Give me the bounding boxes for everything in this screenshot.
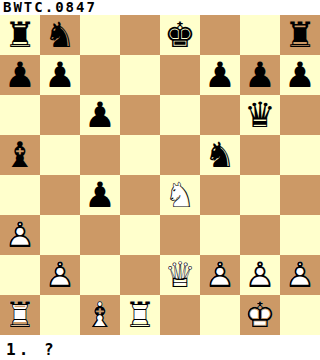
piece-black-pawn: ♟ — [80, 175, 120, 215]
square-d4[interactable] — [120, 175, 160, 215]
square-e2[interactable]: ♛♕ — [160, 255, 200, 295]
piece-black-pawn: ♟ — [200, 55, 240, 95]
square-d2[interactable] — [120, 255, 160, 295]
square-b8[interactable]: ♞ — [40, 15, 80, 55]
square-b4[interactable] — [40, 175, 80, 215]
square-g5[interactable] — [240, 135, 280, 175]
square-c4[interactable]: ♟ — [80, 175, 120, 215]
piece-white-knight: ♞♘ — [160, 175, 200, 215]
square-h6[interactable] — [280, 95, 320, 135]
square-b3[interactable] — [40, 215, 80, 255]
square-d3[interactable] — [120, 215, 160, 255]
square-g7[interactable]: ♟ — [240, 55, 280, 95]
square-d1[interactable]: ♜♖ — [120, 295, 160, 335]
piece-white-bishop: ♝♗ — [80, 295, 120, 335]
piece-white-pawn: ♟♙ — [280, 255, 320, 295]
square-a2[interactable] — [0, 255, 40, 295]
piece-black-knight: ♞ — [40, 15, 80, 55]
square-f7[interactable]: ♟ — [200, 55, 240, 95]
square-a3[interactable]: ♟♙ — [0, 215, 40, 255]
piece-white-rook: ♜♖ — [0, 295, 40, 335]
square-e3[interactable] — [160, 215, 200, 255]
square-e5[interactable] — [160, 135, 200, 175]
square-h1[interactable] — [280, 295, 320, 335]
piece-black-bishop: ♝ — [0, 135, 40, 175]
move-prompt: 1. ? — [0, 335, 320, 360]
square-b7[interactable]: ♟ — [40, 55, 80, 95]
chess-board: ♜♞♚♜♟♟♟♟♟♟♛♝♞♟♞♘♟♙♟♙♛♕♟♙♟♙♟♙♜♖♝♗♜♖♚♔ — [0, 15, 320, 335]
piece-black-queen: ♛ — [240, 95, 280, 135]
piece-black-rook: ♜ — [0, 15, 40, 55]
square-a1[interactable]: ♜♖ — [0, 295, 40, 335]
piece-white-rook: ♜♖ — [120, 295, 160, 335]
square-a7[interactable]: ♟ — [0, 55, 40, 95]
square-h4[interactable] — [280, 175, 320, 215]
square-b1[interactable] — [40, 295, 80, 335]
square-c2[interactable] — [80, 255, 120, 295]
square-e6[interactable] — [160, 95, 200, 135]
square-a4[interactable] — [0, 175, 40, 215]
piece-black-pawn: ♟ — [40, 55, 80, 95]
square-a5[interactable]: ♝ — [0, 135, 40, 175]
square-h5[interactable] — [280, 135, 320, 175]
square-h7[interactable]: ♟ — [280, 55, 320, 95]
piece-black-king: ♚ — [160, 15, 200, 55]
square-c5[interactable] — [80, 135, 120, 175]
square-g2[interactable]: ♟♙ — [240, 255, 280, 295]
square-g4[interactable] — [240, 175, 280, 215]
square-f2[interactable]: ♟♙ — [200, 255, 240, 295]
square-d8[interactable] — [120, 15, 160, 55]
square-f1[interactable] — [200, 295, 240, 335]
piece-black-knight: ♞ — [200, 135, 240, 175]
piece-white-pawn: ♟♙ — [200, 255, 240, 295]
piece-black-pawn: ♟ — [80, 95, 120, 135]
piece-white-queen: ♛♕ — [160, 255, 200, 295]
square-h8[interactable]: ♜ — [280, 15, 320, 55]
square-e7[interactable] — [160, 55, 200, 95]
square-b6[interactable] — [40, 95, 80, 135]
square-g6[interactable]: ♛ — [240, 95, 280, 135]
square-b5[interactable] — [40, 135, 80, 175]
square-c1[interactable]: ♝♗ — [80, 295, 120, 335]
square-d7[interactable] — [120, 55, 160, 95]
square-h3[interactable] — [280, 215, 320, 255]
square-f3[interactable] — [200, 215, 240, 255]
piece-black-rook: ♜ — [280, 15, 320, 55]
piece-white-king: ♚♔ — [240, 295, 280, 335]
square-f6[interactable] — [200, 95, 240, 135]
square-b2[interactable]: ♟♙ — [40, 255, 80, 295]
piece-white-pawn: ♟♙ — [240, 255, 280, 295]
square-f8[interactable] — [200, 15, 240, 55]
piece-white-pawn: ♟♙ — [40, 255, 80, 295]
square-c8[interactable] — [80, 15, 120, 55]
square-g8[interactable] — [240, 15, 280, 55]
piece-black-pawn: ♟ — [280, 55, 320, 95]
square-c3[interactable] — [80, 215, 120, 255]
square-g3[interactable] — [240, 215, 280, 255]
square-c7[interactable] — [80, 55, 120, 95]
piece-white-pawn: ♟♙ — [0, 215, 40, 255]
square-e1[interactable] — [160, 295, 200, 335]
square-a8[interactable]: ♜ — [0, 15, 40, 55]
square-e4[interactable]: ♞♘ — [160, 175, 200, 215]
puzzle-id-label: BWTC.0847 — [0, 0, 320, 15]
square-h2[interactable]: ♟♙ — [280, 255, 320, 295]
square-d5[interactable] — [120, 135, 160, 175]
square-d6[interactable] — [120, 95, 160, 135]
square-a6[interactable] — [0, 95, 40, 135]
piece-black-pawn: ♟ — [240, 55, 280, 95]
square-f4[interactable] — [200, 175, 240, 215]
piece-black-pawn: ♟ — [0, 55, 40, 95]
square-f5[interactable]: ♞ — [200, 135, 240, 175]
square-g1[interactable]: ♚♔ — [240, 295, 280, 335]
square-e8[interactable]: ♚ — [160, 15, 200, 55]
square-c6[interactable]: ♟ — [80, 95, 120, 135]
